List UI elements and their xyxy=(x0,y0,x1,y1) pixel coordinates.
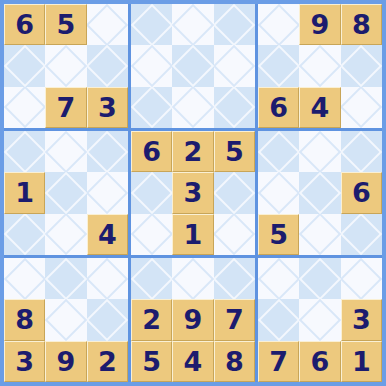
cell-r3c1[interactable] xyxy=(4,87,45,128)
cell-r4c9[interactable] xyxy=(341,131,382,172)
sudoku-box-5: 62531 xyxy=(131,131,255,255)
cell-r8c7[interactable] xyxy=(258,299,299,340)
diamond-pattern xyxy=(131,214,172,255)
given-digit: 6 xyxy=(311,348,330,375)
cell-r2c6[interactable] xyxy=(214,45,255,86)
cell-r1c6[interactable] xyxy=(214,4,255,45)
cell-r2c5[interactable] xyxy=(172,45,213,86)
given-digit: 8 xyxy=(352,11,371,38)
diamond-pattern xyxy=(299,299,340,340)
cell-r1c4[interactable] xyxy=(131,4,172,45)
diamond-pattern xyxy=(45,45,86,86)
given-digit: 9 xyxy=(184,306,203,333)
diamond-pattern xyxy=(299,131,340,172)
diamond-pattern xyxy=(258,131,299,172)
cell-r9c6[interactable]: 8 xyxy=(214,341,255,382)
cell-r7c4[interactable] xyxy=(131,258,172,299)
diamond-pattern xyxy=(299,258,340,299)
cell-r5c6[interactable] xyxy=(214,172,255,213)
diamond-pattern xyxy=(45,214,86,255)
cell-r5c9[interactable]: 6 xyxy=(341,172,382,213)
diamond-pattern xyxy=(214,172,255,213)
cell-r2c4[interactable] xyxy=(131,45,172,86)
cell-r9c2[interactable]: 9 xyxy=(45,341,86,382)
cell-r4c3[interactable] xyxy=(87,131,128,172)
cell-r8c2[interactable] xyxy=(45,299,86,340)
given-digit: 7 xyxy=(225,306,244,333)
cell-r5c5[interactable]: 3 xyxy=(172,172,213,213)
diamond-pattern xyxy=(131,258,172,299)
cell-r5c1[interactable]: 1 xyxy=(4,172,45,213)
sudoku-board: 6573986414625316583922975483761 xyxy=(0,0,386,386)
given-digit: 2 xyxy=(184,138,203,165)
given-digit: 3 xyxy=(98,94,117,121)
sudoku-box-6: 65 xyxy=(258,131,382,255)
diamond-pattern xyxy=(45,258,86,299)
cell-r7c1[interactable] xyxy=(4,258,45,299)
given-digit: 4 xyxy=(311,94,330,121)
cell-r4c1[interactable] xyxy=(4,131,45,172)
diamond-pattern xyxy=(4,258,45,299)
cell-r5c8[interactable] xyxy=(299,172,340,213)
cell-r5c7[interactable] xyxy=(258,172,299,213)
diamond-pattern xyxy=(214,214,255,255)
given-digit: 9 xyxy=(57,348,76,375)
cell-r6c3[interactable]: 4 xyxy=(87,214,128,255)
cell-r7c9[interactable] xyxy=(341,258,382,299)
diamond-pattern xyxy=(214,258,255,299)
diamond-pattern xyxy=(131,172,172,213)
diamond-pattern xyxy=(172,87,213,128)
given-digit: 6 xyxy=(352,179,371,206)
cell-r1c5[interactable] xyxy=(172,4,213,45)
given-digit: 4 xyxy=(184,348,203,375)
cell-r6c4[interactable] xyxy=(131,214,172,255)
cell-r1c3[interactable] xyxy=(87,4,128,45)
cell-r9c8[interactable]: 6 xyxy=(299,341,340,382)
cell-r8c8[interactable] xyxy=(299,299,340,340)
given-digit: 4 xyxy=(98,221,117,248)
cell-r8c1[interactable]: 8 xyxy=(4,299,45,340)
cell-r4c2[interactable] xyxy=(45,131,86,172)
cell-r2c7[interactable] xyxy=(258,45,299,86)
cell-r3c5[interactable] xyxy=(172,87,213,128)
cell-r6c8[interactable] xyxy=(299,214,340,255)
diamond-pattern xyxy=(131,4,172,45)
given-digit: 1 xyxy=(15,179,34,206)
cell-r3c9[interactable] xyxy=(341,87,382,128)
diamond-pattern xyxy=(258,45,299,86)
given-digit: 5 xyxy=(57,11,76,38)
cell-r1c1[interactable]: 6 xyxy=(4,4,45,45)
cell-r9c4[interactable]: 5 xyxy=(131,341,172,382)
cell-r3c3[interactable]: 3 xyxy=(87,87,128,128)
given-digit: 3 xyxy=(15,348,34,375)
diamond-pattern xyxy=(258,299,299,340)
given-digit: 6 xyxy=(15,11,34,38)
diamond-pattern xyxy=(45,299,86,340)
cell-r7c7[interactable] xyxy=(258,258,299,299)
diamond-pattern xyxy=(341,45,382,86)
cell-r7c3[interactable] xyxy=(87,258,128,299)
diamond-pattern xyxy=(4,214,45,255)
cell-r9c3[interactable]: 2 xyxy=(87,341,128,382)
cell-r2c8[interactable] xyxy=(299,45,340,86)
cell-r9c1[interactable]: 3 xyxy=(4,341,45,382)
cell-r7c5[interactable] xyxy=(172,258,213,299)
diamond-pattern xyxy=(4,45,45,86)
cell-r6c1[interactable] xyxy=(4,214,45,255)
cell-r8c9[interactable]: 3 xyxy=(341,299,382,340)
diamond-pattern xyxy=(4,87,45,128)
diamond-pattern xyxy=(299,214,340,255)
cell-r8c4[interactable]: 2 xyxy=(131,299,172,340)
cell-r1c8[interactable]: 9 xyxy=(299,4,340,45)
sudoku-box-2 xyxy=(131,4,255,128)
diamond-pattern xyxy=(131,45,172,86)
diamond-pattern xyxy=(4,131,45,172)
sudoku-box-8: 297548 xyxy=(131,258,255,382)
diamond-pattern xyxy=(87,45,128,86)
diamond-pattern xyxy=(87,4,128,45)
cell-r6c6[interactable] xyxy=(214,214,255,255)
cell-r3c4[interactable] xyxy=(131,87,172,128)
diamond-pattern xyxy=(87,172,128,213)
diamond-pattern xyxy=(87,258,128,299)
cell-r2c3[interactable] xyxy=(87,45,128,86)
diamond-pattern xyxy=(214,45,255,86)
cell-r1c9[interactable]: 8 xyxy=(341,4,382,45)
cell-r2c2[interactable] xyxy=(45,45,86,86)
sudoku-box-3: 9864 xyxy=(258,4,382,128)
cell-r2c9[interactable] xyxy=(341,45,382,86)
diamond-pattern xyxy=(172,4,213,45)
cell-r8c3[interactable] xyxy=(87,299,128,340)
cell-r1c7[interactable] xyxy=(258,4,299,45)
given-digit: 5 xyxy=(269,221,288,248)
cell-r7c8[interactable] xyxy=(299,258,340,299)
diamond-pattern xyxy=(45,172,86,213)
given-digit: 3 xyxy=(352,306,371,333)
cell-r4c8[interactable] xyxy=(299,131,340,172)
cell-r7c2[interactable] xyxy=(45,258,86,299)
sudoku-box-4: 14 xyxy=(4,131,128,255)
cell-r4c4[interactable]: 6 xyxy=(131,131,172,172)
given-digit: 2 xyxy=(142,306,161,333)
given-digit: 6 xyxy=(269,94,288,121)
given-digit: 1 xyxy=(184,221,203,248)
cell-r4c7[interactable] xyxy=(258,131,299,172)
diamond-pattern xyxy=(341,258,382,299)
cell-r3c2[interactable]: 7 xyxy=(45,87,86,128)
given-digit: 8 xyxy=(225,348,244,375)
diamond-pattern xyxy=(341,87,382,128)
diamond-pattern xyxy=(131,87,172,128)
given-digit: 6 xyxy=(142,138,161,165)
cell-r3c8[interactable]: 4 xyxy=(299,87,340,128)
given-digit: 7 xyxy=(57,94,76,121)
cell-r6c9[interactable] xyxy=(341,214,382,255)
cell-r5c4[interactable] xyxy=(131,172,172,213)
diamond-pattern xyxy=(258,258,299,299)
cell-r1c2[interactable]: 5 xyxy=(45,4,86,45)
given-digit: 5 xyxy=(142,348,161,375)
cell-r6c2[interactable] xyxy=(45,214,86,255)
cell-r9c5[interactable]: 4 xyxy=(172,341,213,382)
cell-r8c5[interactable]: 9 xyxy=(172,299,213,340)
given-digit: 1 xyxy=(352,348,371,375)
given-digit: 5 xyxy=(225,138,244,165)
given-digit: 7 xyxy=(269,348,288,375)
diamond-pattern xyxy=(341,214,382,255)
cell-r6c5[interactable]: 1 xyxy=(172,214,213,255)
cell-r5c3[interactable] xyxy=(87,172,128,213)
cell-r3c7[interactable]: 6 xyxy=(258,87,299,128)
diamond-pattern xyxy=(45,131,86,172)
diamond-pattern xyxy=(87,131,128,172)
cell-r6c7[interactable]: 5 xyxy=(258,214,299,255)
diamond-pattern xyxy=(87,299,128,340)
given-digit: 3 xyxy=(184,179,203,206)
sudoku-box-9: 3761 xyxy=(258,258,382,382)
cell-r8c6[interactable]: 7 xyxy=(214,299,255,340)
cell-r5c2[interactable] xyxy=(45,172,86,213)
cell-r9c9[interactable]: 1 xyxy=(341,341,382,382)
given-digit: 8 xyxy=(15,306,34,333)
given-digit: 9 xyxy=(311,11,330,38)
diamond-pattern xyxy=(341,131,382,172)
diamond-pattern xyxy=(214,4,255,45)
diamond-pattern xyxy=(258,172,299,213)
cell-r3c6[interactable] xyxy=(214,87,255,128)
diamond-pattern xyxy=(214,87,255,128)
diamond-pattern xyxy=(172,258,213,299)
cell-r4c6[interactable]: 5 xyxy=(214,131,255,172)
diamond-pattern xyxy=(258,4,299,45)
diamond-pattern xyxy=(299,172,340,213)
diamond-pattern xyxy=(299,45,340,86)
sudoku-box-1: 6573 xyxy=(4,4,128,128)
sudoku-box-7: 8392 xyxy=(4,258,128,382)
cell-r9c7[interactable]: 7 xyxy=(258,341,299,382)
cell-r7c6[interactable] xyxy=(214,258,255,299)
cell-r2c1[interactable] xyxy=(4,45,45,86)
cell-r4c5[interactable]: 2 xyxy=(172,131,213,172)
given-digit: 2 xyxy=(98,348,117,375)
diamond-pattern xyxy=(172,45,213,86)
